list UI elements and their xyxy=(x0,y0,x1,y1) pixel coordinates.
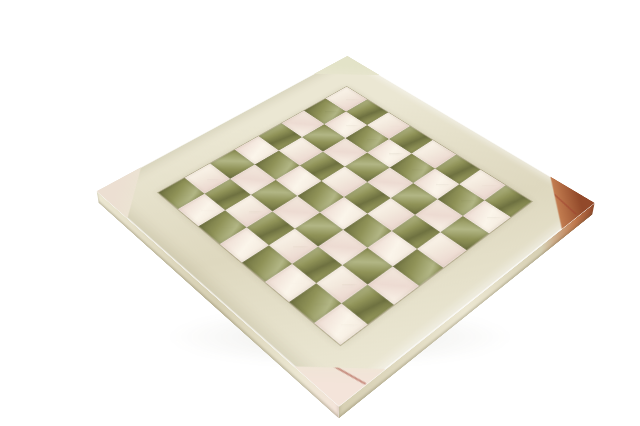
piece-green-pawn-h7[interactable]: ♟ xyxy=(452,177,522,218)
piece-white-rook-h1[interactable]: ♜ xyxy=(302,272,380,325)
product-photo-scene: ♜♞♝♛♚♝♞♜♟♟♟♟♟♟♟♟♟♟♟♟♟♟♟♟♜♞♝♛♚♝♞♜ xyxy=(0,0,640,426)
